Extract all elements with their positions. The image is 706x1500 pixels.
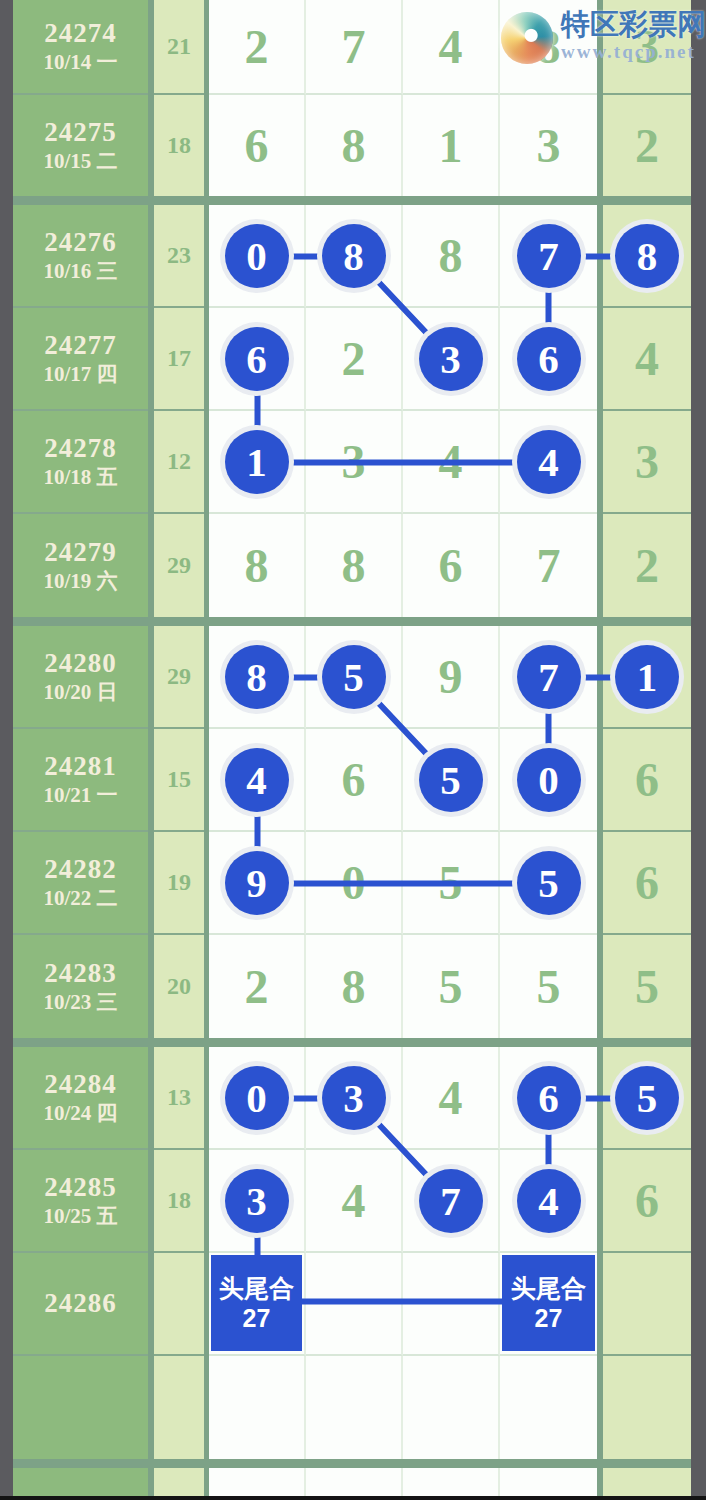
tail-cell: 8 bbox=[603, 205, 691, 308]
draw-date: 10/17 四 bbox=[43, 363, 117, 386]
sum-cell: 18 bbox=[154, 1150, 204, 1253]
sum-cell: 17 bbox=[154, 308, 204, 411]
digit-cell: 6 bbox=[306, 729, 403, 832]
tail-cell: 5 bbox=[603, 935, 691, 1038]
sum-cell bbox=[154, 1468, 204, 1496]
period-cell: 2428110/21 一 bbox=[13, 729, 148, 832]
digit-cell: 5 bbox=[306, 626, 403, 729]
head-tail-label: 头尾合 bbox=[219, 1273, 294, 1303]
head-tail-sum-box: 头尾合27 bbox=[502, 1255, 595, 1351]
highlight-circle: 3 bbox=[419, 327, 483, 391]
highlight-circle: 8 bbox=[322, 224, 386, 288]
logo-swirl-icon bbox=[501, 12, 553, 64]
period-number: 24285 bbox=[44, 1173, 117, 1203]
highlight-circle: 0 bbox=[225, 224, 289, 288]
group-separator bbox=[13, 1038, 691, 1047]
tail-cell: 6 bbox=[603, 729, 691, 832]
highlight-circle: 5 bbox=[322, 645, 386, 709]
digit-cell bbox=[500, 1356, 597, 1459]
sum-cell: 15 bbox=[154, 729, 204, 832]
digit-cell: 4 bbox=[403, 1047, 500, 1150]
digit-cell: 2 bbox=[209, 935, 306, 1038]
digit-cell bbox=[403, 1356, 500, 1459]
digit-cell: 0 bbox=[209, 205, 306, 308]
digit-cell: 头尾合27 bbox=[209, 1253, 306, 1356]
draw-row: 2427810/18 五1213443 bbox=[13, 411, 691, 514]
digit-cell: 5 bbox=[403, 729, 500, 832]
period-number: 24274 bbox=[44, 19, 117, 49]
digit-cell: 4 bbox=[500, 1150, 597, 1253]
digit-cell: 5 bbox=[403, 935, 500, 1038]
sum-cell: 23 bbox=[154, 205, 204, 308]
highlight-circle: 1 bbox=[225, 430, 289, 494]
highlight-circle: 0 bbox=[225, 1066, 289, 1130]
digit-cell: 3 bbox=[403, 308, 500, 411]
sum-cell: 19 bbox=[154, 832, 204, 935]
period-cell: 2428310/23 三 bbox=[13, 935, 148, 1038]
tail-cell bbox=[603, 1356, 691, 1459]
tail-cell: 6 bbox=[603, 832, 691, 935]
tail-cell bbox=[603, 1468, 691, 1496]
digit-cell: 7 bbox=[403, 1150, 500, 1253]
highlight-circle: 5 bbox=[419, 748, 483, 812]
draw-row: 2427610/16 三2308878 bbox=[13, 205, 691, 308]
digit-cell: 0 bbox=[306, 832, 403, 935]
head-tail-value: 27 bbox=[535, 1303, 563, 1333]
draw-date: 10/25 五 bbox=[43, 1205, 117, 1228]
tail-cell: 4 bbox=[603, 308, 691, 411]
digit-cell: 7 bbox=[500, 205, 597, 308]
period-number: 24277 bbox=[44, 331, 117, 361]
head-tail-sum-box: 头尾合27 bbox=[211, 1255, 302, 1351]
draw-date: 10/24 四 bbox=[43, 1102, 117, 1125]
digit-cell: 3 bbox=[306, 411, 403, 514]
digit-cell: 1 bbox=[403, 95, 500, 196]
highlight-circle: 4 bbox=[517, 1169, 581, 1233]
period-cell: 2428010/20 日 bbox=[13, 626, 148, 729]
digit-cell: 3 bbox=[306, 1047, 403, 1150]
site-logo: 特区彩票网 www.tqcp.net bbox=[501, 8, 706, 64]
draw-row: 24286头尾合27头尾合27 bbox=[13, 1253, 691, 1356]
draw-date: 10/23 三 bbox=[43, 991, 117, 1014]
highlight-circle: 9 bbox=[225, 851, 289, 915]
digit-cell: 8 bbox=[306, 935, 403, 1038]
draw-date: 10/18 五 bbox=[43, 466, 117, 489]
period-cell: 2427710/17 四 bbox=[13, 308, 148, 411]
sum-cell: 29 bbox=[154, 626, 204, 729]
highlight-circle: 3 bbox=[322, 1066, 386, 1130]
draw-date: 10/14 一 bbox=[43, 51, 117, 74]
head-tail-value: 27 bbox=[243, 1303, 271, 1333]
bottom-edge-bar bbox=[0, 1496, 706, 1500]
draw-row: 2428010/20 日2985971 bbox=[13, 626, 691, 729]
period-cell: 2427910/19 六 bbox=[13, 514, 148, 617]
site-watermark-url: www.tqcp.net bbox=[561, 42, 706, 61]
digit-cell: 9 bbox=[403, 626, 500, 729]
tail-cell: 6 bbox=[603, 1150, 691, 1253]
digit-cell: 5 bbox=[403, 832, 500, 935]
digit-cell: 7 bbox=[500, 626, 597, 729]
partial-row bbox=[13, 1468, 691, 1496]
tail-cell bbox=[603, 1253, 691, 1356]
group-separator bbox=[13, 196, 691, 205]
highlight-circle: 7 bbox=[517, 224, 581, 288]
highlight-circle: 7 bbox=[517, 645, 581, 709]
digit-cell bbox=[403, 1253, 500, 1356]
draw-row bbox=[13, 1356, 691, 1459]
digit-cell: 2 bbox=[306, 308, 403, 411]
period-number: 24286 bbox=[44, 1289, 117, 1319]
period-cell: 2427510/15 二 bbox=[13, 95, 148, 196]
highlight-circle: 5 bbox=[517, 851, 581, 915]
draw-row: 2428310/23 三2028555 bbox=[13, 935, 691, 1038]
sum-cell bbox=[154, 1253, 204, 1356]
sum-cell: 29 bbox=[154, 514, 204, 617]
draw-row: 2428110/21 一1546506 bbox=[13, 729, 691, 832]
draw-date: 10/16 三 bbox=[43, 260, 117, 283]
digit-cell: 8 bbox=[209, 626, 306, 729]
digit-cell: 1 bbox=[209, 411, 306, 514]
digit-cell bbox=[306, 1356, 403, 1459]
digit-cell: 2 bbox=[209, 0, 306, 95]
digit-cell: 5 bbox=[500, 832, 597, 935]
highlight-circle: 8 bbox=[225, 645, 289, 709]
digit-cell: 9 bbox=[209, 832, 306, 935]
period-cell: 2427610/16 三 bbox=[13, 205, 148, 308]
digit-cell: 4 bbox=[209, 729, 306, 832]
tail-cell: 1 bbox=[603, 626, 691, 729]
period-number: 24276 bbox=[44, 228, 117, 258]
digit-cell: 头尾合27 bbox=[500, 1253, 597, 1356]
site-name: 特区彩票网 bbox=[561, 8, 706, 41]
group-separator bbox=[13, 1459, 691, 1468]
draw-row: 2427510/15 二1868132 bbox=[13, 95, 691, 196]
digit-cell: 3 bbox=[500, 95, 597, 196]
digit-cell: 4 bbox=[306, 1150, 403, 1253]
highlight-circle: 3 bbox=[225, 1169, 289, 1233]
period-number: 24278 bbox=[44, 434, 117, 464]
highlight-circle: 5 bbox=[615, 1066, 679, 1130]
draw-date: 10/20 日 bbox=[43, 681, 117, 704]
draw-date: 10/15 二 bbox=[43, 150, 117, 173]
digit-cell bbox=[209, 1356, 306, 1459]
draw-row: 2427910/19 六2988672 bbox=[13, 514, 691, 617]
digit-cell: 3 bbox=[209, 1150, 306, 1253]
highlight-circle: 4 bbox=[517, 430, 581, 494]
period-number: 24282 bbox=[44, 855, 117, 885]
period-cell: 2428210/22 二 bbox=[13, 832, 148, 935]
digit-cell bbox=[209, 1468, 306, 1496]
digit-cell bbox=[306, 1253, 403, 1356]
head-tail-label: 头尾合 bbox=[511, 1273, 586, 1303]
digit-cell: 7 bbox=[500, 514, 597, 617]
draw-row: 2428510/25 五1834746 bbox=[13, 1150, 691, 1253]
sum-cell bbox=[154, 1356, 204, 1459]
sum-cell: 21 bbox=[154, 0, 204, 95]
digit-cell bbox=[403, 1468, 500, 1496]
sum-cell: 18 bbox=[154, 95, 204, 196]
highlight-circle: 6 bbox=[225, 327, 289, 391]
highlight-circle: 6 bbox=[517, 1066, 581, 1130]
trend-chart-table: 2427410/14 一21274832427510/15 二186813224… bbox=[13, 0, 691, 1496]
period-cell: 2428410/24 四 bbox=[13, 1047, 148, 1150]
digit-cell: 6 bbox=[403, 514, 500, 617]
period-cell: 2428510/25 五 bbox=[13, 1150, 148, 1253]
highlight-circle: 0 bbox=[517, 748, 581, 812]
period-number: 24279 bbox=[44, 538, 117, 568]
digit-cell: 8 bbox=[306, 205, 403, 308]
digit-cell: 7 bbox=[306, 0, 403, 95]
draw-row: 2428210/22 二1990556 bbox=[13, 832, 691, 935]
tail-cell: 2 bbox=[603, 95, 691, 196]
period-number: 24284 bbox=[44, 1070, 117, 1100]
period-cell: 2427410/14 一 bbox=[13, 0, 148, 95]
sum-cell: 20 bbox=[154, 935, 204, 1038]
digit-cell: 8 bbox=[306, 95, 403, 196]
draw-date: 10/21 一 bbox=[43, 784, 117, 807]
draw-row: 2427710/17 四1762364 bbox=[13, 308, 691, 411]
digit-cell: 4 bbox=[500, 411, 597, 514]
digit-cell: 8 bbox=[403, 205, 500, 308]
logo-text: 特区彩票网 www.tqcp.net bbox=[561, 8, 706, 61]
draw-date: 10/19 六 bbox=[43, 570, 117, 593]
draw-row: 2428410/24 四1303465 bbox=[13, 1047, 691, 1150]
digit-cell: 0 bbox=[209, 1047, 306, 1150]
digit-cell: 6 bbox=[500, 308, 597, 411]
tail-cell: 5 bbox=[603, 1047, 691, 1150]
highlight-circle: 7 bbox=[419, 1169, 483, 1233]
digit-cell: 8 bbox=[209, 514, 306, 617]
draw-date: 10/22 二 bbox=[43, 887, 117, 910]
digit-cell: 5 bbox=[500, 935, 597, 1038]
period-cell: 24286 bbox=[13, 1253, 148, 1356]
period-number: 24283 bbox=[44, 959, 117, 989]
period-number: 24275 bbox=[44, 118, 117, 148]
period-number: 24281 bbox=[44, 752, 117, 782]
highlight-circle: 6 bbox=[517, 327, 581, 391]
period-cell: 2427810/18 五 bbox=[13, 411, 148, 514]
digit-cell: 6 bbox=[209, 308, 306, 411]
period-number: 24280 bbox=[44, 649, 117, 679]
digit-cell: 6 bbox=[209, 95, 306, 196]
period-cell bbox=[13, 1468, 148, 1496]
digit-cell: 8 bbox=[306, 514, 403, 617]
digit-cell: 4 bbox=[403, 0, 500, 95]
digit-cell: 4 bbox=[403, 411, 500, 514]
sum-cell: 12 bbox=[154, 411, 204, 514]
digit-cell: 6 bbox=[500, 1047, 597, 1150]
period-cell bbox=[13, 1356, 148, 1459]
group-separator bbox=[13, 617, 691, 626]
digit-cell: 0 bbox=[500, 729, 597, 832]
tail-cell: 3 bbox=[603, 411, 691, 514]
digit-cell bbox=[500, 1468, 597, 1496]
lottery-trend-screen: 2427410/14 一21274832427510/15 二186813224… bbox=[0, 0, 706, 1500]
tail-cell: 2 bbox=[603, 514, 691, 617]
highlight-circle: 1 bbox=[615, 645, 679, 709]
highlight-circle: 4 bbox=[225, 748, 289, 812]
digit-cell bbox=[306, 1468, 403, 1496]
sum-cell: 13 bbox=[154, 1047, 204, 1150]
highlight-circle: 8 bbox=[615, 224, 679, 288]
